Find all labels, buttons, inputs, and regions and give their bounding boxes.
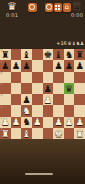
- piece-white-pawn: ♟: [12, 117, 21, 127]
- square-d2[interactable]: ♟: [32, 117, 43, 128]
- ring-icon: [29, 4, 35, 10]
- piece-black-pawn: ♟: [22, 95, 31, 105]
- square-a4[interactable]: 4: [0, 94, 11, 105]
- chess-board: 8♜♝♚♝♞♜7♟♟♟♟♟♟65♟♛4♟♟3♞2♟♟♞♟♟♟♟1♜♝♚♜: [0, 49, 85, 139]
- piece-black-rook: ♜: [75, 50, 84, 60]
- square-d1[interactable]: [32, 128, 43, 139]
- square-b2[interactable]: ♟: [11, 117, 22, 128]
- square-f3[interactable]: [53, 105, 64, 116]
- square-b6[interactable]: [11, 72, 22, 83]
- piece-black-queen: ♛: [65, 84, 74, 94]
- square-g2[interactable]: ♟: [64, 117, 75, 128]
- square-g1[interactable]: [64, 128, 75, 139]
- square-e8[interactable]: ♚: [43, 49, 54, 60]
- square-b1[interactable]: [11, 128, 22, 139]
- square-d3[interactable]: [32, 105, 43, 116]
- square-a3[interactable]: 3: [0, 105, 11, 116]
- piece-white-rook: ♜: [75, 129, 84, 139]
- piece-white-pawn: ♟: [75, 117, 84, 127]
- piece-white-pawn: ♟: [65, 117, 74, 127]
- square-e1[interactable]: [43, 128, 54, 139]
- piece-black-pawn: ♟: [54, 61, 63, 71]
- square-c2[interactable]: ♞: [21, 117, 32, 128]
- piece-black-bishop: ♝: [22, 50, 31, 60]
- restart-button[interactable]: [28, 3, 37, 12]
- square-c6[interactable]: [21, 72, 32, 83]
- square-e7[interactable]: [43, 60, 54, 71]
- square-c5[interactable]: [21, 83, 32, 94]
- square-b8[interactable]: [11, 49, 22, 60]
- piece-white-pawn: ♟: [44, 95, 53, 105]
- square-f6[interactable]: [53, 72, 64, 83]
- rank-label: 7: [1, 61, 3, 64]
- square-g8[interactable]: ♞: [64, 49, 75, 60]
- square-c4[interactable]: ♟: [21, 94, 32, 105]
- square-g3[interactable]: [64, 105, 75, 116]
- square-h3[interactable]: [74, 105, 85, 116]
- square-a7[interactable]: 7♟: [0, 60, 11, 71]
- square-d4[interactable]: [32, 94, 43, 105]
- square-e3[interactable]: [43, 105, 54, 116]
- square-g4[interactable]: [64, 94, 75, 105]
- piece-black-pawn: ♟: [44, 84, 53, 94]
- square-h1[interactable]: ♜: [74, 128, 85, 139]
- grid-icon: [55, 5, 60, 10]
- square-c7[interactable]: ♟: [21, 60, 32, 71]
- piece-white-pawn: ♟: [33, 117, 42, 127]
- chess-app: ♛ 0:01 ⌂ ♛ 0:00 +16 ♛♝♞♟ 8♜♝♚♝♞♜7♟♟♟♟♟♟6…: [0, 0, 85, 184]
- square-e2[interactable]: [43, 117, 54, 128]
- piece-white-knight: ♞: [22, 106, 31, 116]
- rank-label: 4: [1, 94, 3, 97]
- square-h7[interactable]: ♟: [74, 60, 85, 71]
- lower-panel: [0, 139, 85, 184]
- square-e6[interactable]: [43, 72, 54, 83]
- square-h4[interactable]: [74, 94, 85, 105]
- square-h5[interactable]: [74, 83, 85, 94]
- replay-button[interactable]: [45, 3, 54, 12]
- square-g6[interactable]: [64, 72, 75, 83]
- piece-black-knight: ♞: [65, 50, 74, 60]
- square-d8[interactable]: [32, 49, 43, 60]
- ring-icon: [46, 4, 52, 10]
- rank-label: 2: [1, 117, 3, 120]
- piece-white-bishop: ♝: [22, 129, 31, 139]
- square-g5[interactable]: ♛: [64, 83, 75, 94]
- piece-white-king: ♚: [54, 129, 63, 139]
- square-f8[interactable]: ♝: [53, 49, 64, 60]
- square-f5[interactable]: [53, 83, 64, 94]
- square-g7[interactable]: ♟: [64, 60, 75, 71]
- rank-label: 8: [1, 49, 3, 52]
- square-e5[interactable]: ♟: [43, 83, 54, 94]
- square-f1[interactable]: ♚: [53, 128, 64, 139]
- rank-label: 3: [1, 106, 3, 109]
- black-clock: 0:00: [69, 12, 85, 18]
- square-f7[interactable]: ♟: [53, 60, 64, 71]
- square-c3[interactable]: ♞: [21, 105, 32, 116]
- piece-black-pawn: ♟: [22, 61, 31, 71]
- square-f4[interactable]: [53, 94, 64, 105]
- square-b3[interactable]: [11, 105, 22, 116]
- piece-black-knight: ♞: [22, 117, 31, 127]
- square-b4[interactable]: [11, 94, 22, 105]
- square-c1[interactable]: ♝: [21, 128, 32, 139]
- square-b7[interactable]: ♟: [11, 60, 22, 71]
- white-clock: 0:01: [4, 12, 20, 18]
- apps-button[interactable]: [54, 3, 63, 12]
- square-h6[interactable]: [74, 72, 85, 83]
- square-h2[interactable]: ♟: [74, 117, 85, 128]
- piece-black-bishop: ♝: [54, 50, 63, 60]
- rank-label: 1: [1, 128, 3, 131]
- captured-pieces-icons: ♛♝♞♟: [67, 40, 84, 46]
- square-a8[interactable]: 8♜: [0, 49, 11, 60]
- square-d5[interactable]: [32, 83, 43, 94]
- material-advantage: +16 ♛♝♞♟: [56, 40, 84, 46]
- square-c8[interactable]: ♝: [21, 49, 32, 60]
- piece-black-king: ♚: [44, 50, 53, 60]
- square-f2[interactable]: ♟: [53, 117, 64, 128]
- rank-label: 6: [1, 72, 3, 75]
- square-d6[interactable]: [32, 72, 43, 83]
- piece-black-pawn: ♟: [65, 61, 74, 71]
- home-icon: ⌂: [65, 4, 69, 11]
- square-b5[interactable]: [11, 83, 22, 94]
- rank-label: 5: [1, 83, 3, 86]
- material-advantage-value: +16: [56, 40, 67, 46]
- piece-black-pawn: ♟: [12, 61, 21, 71]
- piece-white-pawn: ♟: [54, 117, 63, 127]
- square-h8[interactable]: ♜: [74, 49, 85, 60]
- piece-black-pawn: ♟: [75, 61, 84, 71]
- square-e4[interactable]: ♟: [43, 94, 54, 105]
- square-d7[interactable]: [32, 60, 43, 71]
- square-a1[interactable]: 1♜: [0, 128, 11, 139]
